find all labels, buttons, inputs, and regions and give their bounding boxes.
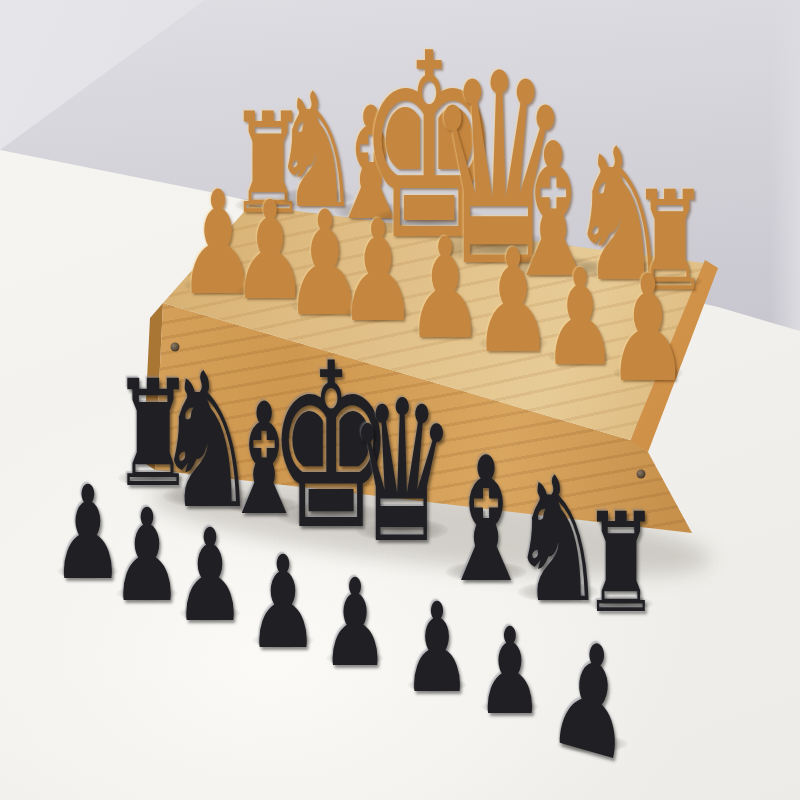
white-pawn-14: ♟: [473, 230, 553, 373]
white-pawn-13: ♟: [406, 220, 483, 359]
black-pawn-29: ♟: [321, 563, 388, 684]
black-pawn-26: ♟: [111, 492, 182, 620]
black-pawn-27: ♟: [174, 512, 245, 640]
black-pawn-28: ♟: [247, 539, 318, 667]
black-pawn-32: ♟: [543, 616, 640, 785]
black-pawn-31: ♟: [477, 612, 543, 731]
chess-set-photo: ♜♞♝♚♛♝♞♜♟♟♟♟♟♟♟♟♜♞♝♚♛♝♞♜♟♟♟♟♟♟♟♟: [0, 0, 800, 800]
white-pawn-16: ♟: [607, 256, 689, 403]
black-pawn-30: ♟: [403, 587, 472, 711]
pieces-layer: ♜♞♝♚♛♝♞♜♟♟♟♟♟♟♟♟♜♞♝♚♛♝♞♜♟♟♟♟♟♟♟♟: [0, 0, 800, 800]
white-pawn-15: ♟: [543, 251, 617, 384]
